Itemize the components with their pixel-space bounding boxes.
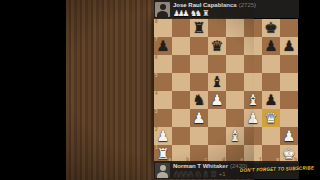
square-d7[interactable]: ♛ [208, 37, 226, 55]
square-a2[interactable]: 2♟ [154, 127, 172, 145]
piece-black-B-d5: ♝ [211, 73, 224, 91]
square-a8[interactable]: 8 [154, 19, 172, 37]
bottom-captured-pieces: ♟♟♟♟♞♝♜ [173, 171, 215, 178]
square-c5[interactable] [190, 73, 208, 91]
square-c7[interactable] [190, 37, 208, 55]
square-b6[interactable] [172, 55, 190, 73]
piece-white-P-f3: ♟ [247, 109, 260, 127]
piece-white-B-f4: ♝ [247, 91, 260, 109]
top-captured-pieces: ♟♟♟♞♞♜ [173, 10, 256, 17]
captured-piece: ♞ [195, 10, 200, 17]
rank-label: 8 [155, 20, 158, 25]
square-e2[interactable]: ♝ [226, 127, 244, 145]
piece-white-P-h2: ♟ [283, 127, 296, 145]
square-h2[interactable]: ♟ [280, 127, 298, 145]
square-h6[interactable] [280, 55, 298, 73]
piece-black-P-a7: ♟ [157, 37, 170, 55]
square-f7[interactable] [244, 37, 262, 55]
piece-white-B-e2: ♝ [229, 127, 242, 145]
square-b7[interactable] [172, 37, 190, 55]
square-g3[interactable]: ♛ [262, 109, 280, 127]
square-b2[interactable] [172, 127, 190, 145]
square-e7[interactable] [226, 37, 244, 55]
rank-label: 1 [155, 146, 158, 151]
avatar-head-icon [160, 4, 166, 10]
square-g8[interactable]: ♚ [262, 19, 280, 37]
square-a7[interactable]: 7♟ [154, 37, 172, 55]
square-d4[interactable]: ♟ [208, 91, 226, 109]
square-e8[interactable] [226, 19, 244, 37]
square-b4[interactable] [172, 91, 190, 109]
square-c8[interactable]: ♜ [190, 19, 208, 37]
rank-label: 7 [155, 38, 158, 43]
square-a4[interactable]: 4 [154, 91, 172, 109]
avatar-torso-icon [157, 172, 168, 178]
square-c6[interactable] [190, 55, 208, 73]
square-h5[interactable] [280, 73, 298, 91]
captured-piece: ♝ [202, 170, 207, 179]
rank-label: 2 [155, 128, 158, 133]
square-d2[interactable] [208, 127, 226, 145]
piece-white-Q-g3: ♛ [265, 109, 278, 127]
square-e3[interactable] [226, 109, 244, 127]
square-a6[interactable]: 6 [154, 55, 172, 73]
square-g7[interactable]: ♟ [262, 37, 280, 55]
square-g6[interactable] [262, 55, 280, 73]
avatar-torso-icon [157, 11, 168, 17]
rank-label: 5 [155, 74, 158, 79]
square-f8[interactable] [244, 19, 262, 37]
captured-piece: ♟ [182, 10, 187, 17]
material-advantage: +1 [219, 171, 226, 177]
piece-white-P-c3: ♟ [193, 109, 206, 127]
video-frame: Jose Raul Capablanca (2725) ♟♟♟♞♞♜ 8♜♚7♟… [0, 0, 320, 180]
square-g5[interactable] [262, 73, 280, 91]
square-f2[interactable] [244, 127, 262, 145]
square-b8[interactable] [172, 19, 190, 37]
captured-piece: ♜ [210, 170, 215, 179]
piece-black-K-g8: ♚ [265, 19, 278, 37]
square-d6[interactable] [208, 55, 226, 73]
rank-label: 3 [155, 110, 158, 115]
square-a5[interactable]: 5 [154, 73, 172, 91]
piece-white-P-a2: ♟ [157, 127, 170, 145]
rank-label: 4 [155, 92, 158, 97]
player-bar-top: Jose Raul Capablanca (2725) ♟♟♟♞♞♜ [154, 0, 299, 18]
top-player-name: Jose Raul Capablanca [173, 2, 237, 8]
square-h4[interactable] [280, 91, 298, 109]
piece-white-P-d4: ♟ [211, 91, 224, 109]
square-a3[interactable]: 3 [154, 109, 172, 127]
square-h7[interactable]: ♟ [280, 37, 298, 55]
piece-black-P-g7: ♟ [265, 37, 278, 55]
square-h3[interactable] [280, 109, 298, 127]
avatar-head-icon [160, 165, 166, 171]
subscribe-overlay-text: DON'T FORGET TO SUBSCRIBE [240, 164, 314, 173]
square-f3[interactable]: ♟ [244, 109, 262, 127]
piece-black-R-c8: ♜ [193, 19, 206, 37]
chess-board: 8♜♚7♟♛♟♟65♝4♞♟♝♟3♟♟♛2♟♝♟1a♜bcdefgh♚ [154, 19, 298, 163]
square-h8[interactable] [280, 19, 298, 37]
captured-piece: ♞ [195, 170, 200, 179]
square-g4[interactable]: ♟ [262, 91, 280, 109]
square-c3[interactable]: ♟ [190, 109, 208, 127]
rank-label: 6 [155, 56, 158, 61]
square-c2[interactable] [190, 127, 208, 145]
bottom-player-name: Norman T Whitaker [173, 163, 228, 169]
square-c4[interactable]: ♞ [190, 91, 208, 109]
square-e4[interactable] [226, 91, 244, 109]
square-e5[interactable] [226, 73, 244, 91]
square-g2[interactable] [262, 127, 280, 145]
captured-piece: ♟ [187, 170, 192, 179]
square-d3[interactable] [208, 109, 226, 127]
piece-black-N-c4: ♞ [193, 91, 206, 109]
square-d5[interactable]: ♝ [208, 73, 226, 91]
piece-black-Q-d7: ♛ [211, 37, 224, 55]
captured-piece: ♜ [202, 10, 207, 17]
square-b3[interactable] [172, 109, 190, 127]
avatar-top-player[interactable] [155, 2, 170, 17]
square-d8[interactable] [208, 19, 226, 37]
square-f6[interactable] [244, 55, 262, 73]
square-f5[interactable] [244, 73, 262, 91]
square-b5[interactable] [172, 73, 190, 91]
piece-black-P-g4: ♟ [265, 91, 278, 109]
content-area: Jose Raul Capablanca (2725) ♟♟♟♞♞♜ 8♜♚7♟… [66, 0, 254, 180]
square-f4[interactable]: ♝ [244, 91, 262, 109]
piece-black-P-h7: ♟ [283, 37, 296, 55]
top-player-rating: (2725) [239, 2, 256, 8]
avatar-bottom-player[interactable] [155, 163, 170, 178]
square-e6[interactable] [226, 55, 244, 73]
